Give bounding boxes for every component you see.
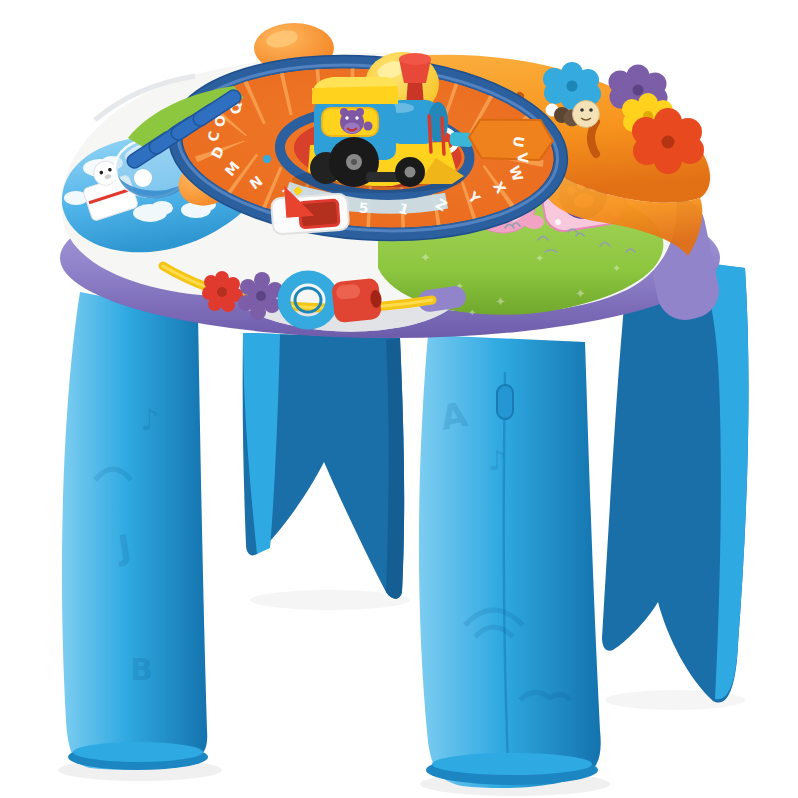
leg-emboss-note: ♪	[488, 444, 506, 477]
bead-red-cube	[331, 277, 384, 323]
ring-letter: U	[510, 135, 527, 148]
table-leg-front-right: A ♪	[419, 335, 601, 788]
roller-ball	[134, 169, 152, 187]
star-emboss: ✦	[612, 262, 621, 275]
table-leg-front-left: ♪ J B	[62, 292, 208, 770]
table-leg-back-right	[602, 255, 749, 703]
table-leg-back-left	[243, 333, 405, 599]
leg-emboss-note: ♪	[140, 402, 159, 437]
leg-emboss-letter: B	[130, 652, 153, 687]
star-emboss: ✦	[468, 307, 476, 318]
toy-illustration: ♪ J B A ♪	[0, 0, 798, 798]
star-emboss: ✦	[420, 250, 431, 265]
product-photo-activity-table: ♪ J B A ♪	[0, 0, 798, 798]
star-emboss: ✦	[495, 294, 506, 309]
star-emboss: ✦	[575, 286, 586, 301]
hexagon-button	[468, 115, 555, 163]
ring-letter: 5	[358, 200, 369, 217]
star-emboss: ✦	[535, 252, 544, 265]
ring-letter: V	[514, 152, 531, 164]
